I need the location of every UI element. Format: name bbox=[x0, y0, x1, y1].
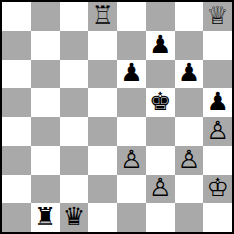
square-c6[interactable] bbox=[60, 60, 89, 89]
square-g7[interactable] bbox=[175, 31, 204, 60]
square-g3[interactable]: ♙ bbox=[175, 146, 204, 175]
square-a5[interactable] bbox=[2, 88, 31, 117]
square-h4[interactable]: ♙ bbox=[203, 117, 232, 146]
square-c7[interactable] bbox=[60, 31, 89, 60]
square-e3[interactable]: ♙ bbox=[117, 146, 146, 175]
square-b2[interactable] bbox=[31, 175, 60, 204]
square-b5[interactable] bbox=[31, 88, 60, 117]
square-c8[interactable] bbox=[60, 2, 89, 31]
square-c3[interactable] bbox=[60, 146, 89, 175]
square-h1[interactable] bbox=[203, 203, 232, 232]
white-pawn: ♙ bbox=[120, 147, 142, 172]
square-f2[interactable]: ♙ bbox=[146, 175, 175, 204]
black-pawn: ♟ bbox=[120, 60, 142, 85]
square-c1[interactable]: ♛ bbox=[60, 203, 89, 232]
square-c4[interactable] bbox=[60, 117, 89, 146]
square-e4[interactable] bbox=[117, 117, 146, 146]
square-d7[interactable] bbox=[88, 31, 117, 60]
square-f3[interactable] bbox=[146, 146, 175, 175]
black-queen: ♛ bbox=[63, 204, 85, 229]
white-pawn: ♙ bbox=[149, 175, 171, 200]
square-e8[interactable] bbox=[117, 2, 146, 31]
square-h7[interactable] bbox=[203, 31, 232, 60]
square-g5[interactable] bbox=[175, 88, 204, 117]
square-h2[interactable]: ♔ bbox=[203, 175, 232, 204]
square-f7[interactable]: ♟ bbox=[146, 31, 175, 60]
square-g4[interactable] bbox=[175, 117, 204, 146]
square-g6[interactable]: ♟ bbox=[175, 60, 204, 89]
square-e7[interactable] bbox=[117, 31, 146, 60]
square-b8[interactable] bbox=[31, 2, 60, 31]
black-pawn: ♟ bbox=[178, 60, 200, 85]
square-d6[interactable] bbox=[88, 60, 117, 89]
square-e6[interactable]: ♟ bbox=[117, 60, 146, 89]
square-f6[interactable] bbox=[146, 60, 175, 89]
square-d1[interactable] bbox=[88, 203, 117, 232]
square-e2[interactable] bbox=[117, 175, 146, 204]
square-c5[interactable] bbox=[60, 88, 89, 117]
square-f8[interactable] bbox=[146, 2, 175, 31]
square-g1[interactable] bbox=[175, 203, 204, 232]
square-b4[interactable] bbox=[31, 117, 60, 146]
black-rook: ♜ bbox=[34, 204, 56, 229]
white-rook: ♖ bbox=[91, 3, 113, 28]
black-pawn: ♟ bbox=[206, 89, 228, 114]
square-a3[interactable] bbox=[2, 146, 31, 175]
square-a8[interactable] bbox=[2, 2, 31, 31]
square-a2[interactable] bbox=[2, 175, 31, 204]
square-e1[interactable] bbox=[117, 203, 146, 232]
square-d5[interactable] bbox=[88, 88, 117, 117]
black-pawn: ♟ bbox=[149, 32, 171, 57]
square-d3[interactable] bbox=[88, 146, 117, 175]
square-a6[interactable] bbox=[2, 60, 31, 89]
square-c2[interactable] bbox=[60, 175, 89, 204]
square-d8[interactable]: ♖ bbox=[88, 2, 117, 31]
square-b3[interactable] bbox=[31, 146, 60, 175]
white-king: ♔ bbox=[206, 175, 228, 200]
square-f1[interactable] bbox=[146, 203, 175, 232]
square-a4[interactable] bbox=[2, 117, 31, 146]
square-b7[interactable] bbox=[31, 31, 60, 60]
black-king: ♚ bbox=[149, 89, 171, 114]
chess-diagram: ♖♕♟♟♟♚♟♙♙♙♙♔♜♛ bbox=[0, 0, 234, 234]
white-pawn: ♙ bbox=[178, 147, 200, 172]
square-b6[interactable] bbox=[31, 60, 60, 89]
square-h6[interactable] bbox=[203, 60, 232, 89]
square-b1[interactable]: ♜ bbox=[31, 203, 60, 232]
square-h3[interactable] bbox=[203, 146, 232, 175]
square-e5[interactable] bbox=[117, 88, 146, 117]
chess-board: ♖♕♟♟♟♚♟♙♙♙♙♔♜♛ bbox=[0, 0, 234, 234]
square-h5[interactable]: ♟ bbox=[203, 88, 232, 117]
white-pawn: ♙ bbox=[206, 118, 228, 143]
square-a1[interactable] bbox=[2, 203, 31, 232]
square-d4[interactable] bbox=[88, 117, 117, 146]
square-a7[interactable] bbox=[2, 31, 31, 60]
white-queen: ♕ bbox=[206, 3, 228, 28]
square-f4[interactable] bbox=[146, 117, 175, 146]
square-h8[interactable]: ♕ bbox=[203, 2, 232, 31]
square-g2[interactable] bbox=[175, 175, 204, 204]
square-g8[interactable] bbox=[175, 2, 204, 31]
square-f5[interactable]: ♚ bbox=[146, 88, 175, 117]
square-d2[interactable] bbox=[88, 175, 117, 204]
